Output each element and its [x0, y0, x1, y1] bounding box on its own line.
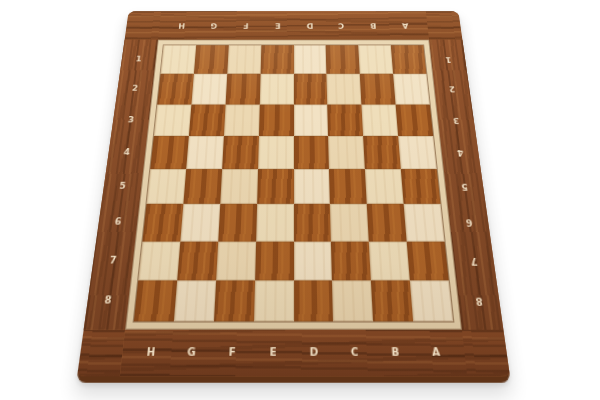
coord-label: A: [388, 11, 423, 39]
coord-label: D: [294, 11, 326, 39]
coord-label: 6: [448, 204, 491, 241]
square-c5[interactable]: [329, 169, 367, 204]
square-f6[interactable]: [218, 204, 257, 241]
square-a5[interactable]: [401, 169, 441, 204]
coord-label: 3: [111, 104, 151, 136]
coord-label: B: [357, 11, 391, 39]
square-h6[interactable]: [142, 204, 183, 241]
square-e6[interactable]: [256, 204, 294, 241]
coord-label: 8: [85, 280, 131, 321]
square-b5[interactable]: [365, 169, 404, 204]
coord-label: 5: [444, 169, 486, 204]
square-b8[interactable]: [371, 280, 413, 321]
square-h2[interactable]: [157, 74, 193, 104]
square-b4[interactable]: [363, 136, 401, 169]
square-c3[interactable]: [328, 104, 364, 136]
square-g2[interactable]: [191, 74, 227, 104]
frame-corner-bottom-left: [77, 330, 125, 376]
coord-label: 6: [96, 204, 139, 241]
coord-label: C: [334, 330, 377, 376]
square-a8[interactable]: [410, 280, 453, 321]
square-a6[interactable]: [404, 204, 445, 241]
coord-label: H: [164, 11, 199, 39]
square-b3[interactable]: [362, 104, 399, 136]
square-d4[interactable]: [294, 136, 330, 169]
square-a2[interactable]: [393, 74, 429, 104]
chess-board[interactable]: HGFEDCBA 12345678 12345678 HGFEDCBA: [76, 11, 511, 383]
square-d7[interactable]: [294, 241, 333, 280]
coord-label: C: [325, 11, 358, 39]
coord-label: G: [197, 11, 231, 39]
square-c8[interactable]: [332, 280, 373, 321]
coord-label: H: [128, 330, 173, 376]
coord-label: E: [261, 11, 293, 39]
square-b1[interactable]: [358, 45, 393, 74]
square-f7[interactable]: [216, 241, 256, 280]
square-f8[interactable]: [214, 280, 255, 321]
coord-label: 1: [120, 45, 158, 74]
square-b2[interactable]: [360, 74, 396, 104]
file-labels-top: HGFEDCBA: [158, 11, 429, 39]
square-e1[interactable]: [260, 45, 293, 74]
coord-label: 7: [452, 241, 496, 280]
square-h3[interactable]: [154, 104, 191, 136]
coord-label: 4: [106, 136, 147, 169]
square-h8[interactable]: [134, 280, 177, 321]
square-f2[interactable]: [225, 74, 260, 104]
frame-corner-top-right: [426, 11, 463, 39]
square-c2[interactable]: [327, 74, 362, 104]
square-f3[interactable]: [224, 104, 260, 136]
square-d1[interactable]: [294, 45, 327, 74]
square-f1[interactable]: [227, 45, 261, 74]
square-e2[interactable]: [259, 74, 293, 104]
frame-corner-bottom-right: [462, 330, 510, 376]
square-e5[interactable]: [257, 169, 294, 204]
coord-label: F: [211, 330, 254, 376]
square-g4[interactable]: [186, 136, 224, 169]
coord-label: A: [414, 330, 459, 376]
coord-label: G: [169, 330, 213, 376]
square-c6[interactable]: [330, 204, 369, 241]
board-inner-margin: [125, 40, 462, 330]
square-a1[interactable]: [391, 45, 427, 74]
coord-label: 1: [430, 45, 468, 74]
square-f5[interactable]: [220, 169, 258, 204]
square-g1[interactable]: [194, 45, 229, 74]
coord-label: 8: [456, 280, 502, 321]
square-h7[interactable]: [138, 241, 180, 280]
square-b6[interactable]: [367, 204, 407, 241]
file-labels-bottom: HGFEDCBA: [120, 330, 467, 376]
square-a7[interactable]: [407, 241, 449, 280]
square-e8[interactable]: [254, 280, 294, 321]
square-e7[interactable]: [255, 241, 294, 280]
coord-label: F: [229, 11, 262, 39]
square-g3[interactable]: [189, 104, 226, 136]
square-h1[interactable]: [161, 45, 197, 74]
frame-corner-top-left: [125, 11, 162, 39]
coord-label: 5: [101, 169, 143, 204]
square-g6[interactable]: [180, 204, 220, 241]
square-d6[interactable]: [294, 204, 332, 241]
coord-label: D: [294, 330, 335, 376]
squares-grid[interactable]: [134, 45, 453, 321]
square-d3[interactable]: [294, 104, 329, 136]
square-h4[interactable]: [150, 136, 189, 169]
square-d2[interactable]: [294, 74, 328, 104]
square-g8[interactable]: [174, 280, 216, 321]
square-e4[interactable]: [258, 136, 294, 169]
coord-label: 7: [91, 241, 135, 280]
square-g7[interactable]: [177, 241, 218, 280]
square-g5[interactable]: [183, 169, 222, 204]
coord-label: E: [252, 330, 293, 376]
square-e3[interactable]: [259, 104, 294, 136]
square-h5[interactable]: [146, 169, 186, 204]
square-c7[interactable]: [331, 241, 371, 280]
square-f4[interactable]: [222, 136, 259, 169]
coord-label: 3: [436, 104, 476, 136]
square-a4[interactable]: [398, 136, 437, 169]
coord-label: 2: [433, 74, 472, 104]
square-a3[interactable]: [396, 104, 433, 136]
coord-label: 2: [116, 74, 155, 104]
coord-label: B: [374, 330, 418, 376]
photo-background: HGFEDCBA 12345678 12345678 HGFEDCBA: [0, 0, 600, 400]
square-c4[interactable]: [328, 136, 365, 169]
square-d5[interactable]: [294, 169, 331, 204]
coord-label: 4: [440, 136, 481, 169]
square-d8[interactable]: [294, 280, 334, 321]
square-b7[interactable]: [369, 241, 410, 280]
square-c1[interactable]: [326, 45, 360, 74]
